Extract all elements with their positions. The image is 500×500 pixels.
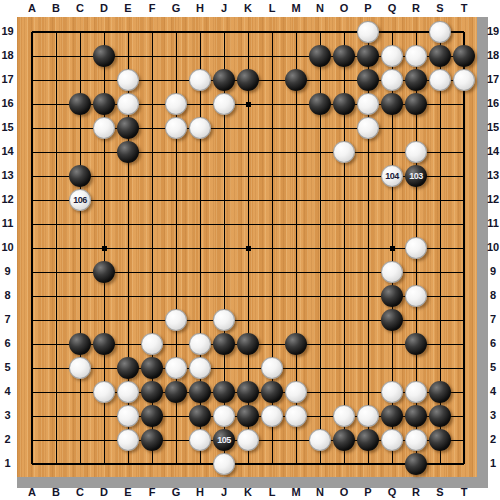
coord-right-16: 16 — [486, 96, 500, 111]
stone-D6 — [93, 333, 115, 355]
stone-K6 — [237, 333, 259, 355]
stone-R18 — [405, 45, 427, 67]
stone-N2 — [309, 429, 331, 451]
stone-G4 — [165, 381, 187, 403]
coord-left-7: 7 — [0, 312, 15, 327]
stone-K3 — [237, 405, 259, 427]
stone-P16 — [357, 93, 379, 115]
coord-top-L: L — [260, 1, 284, 16]
stone-J1 — [213, 453, 235, 475]
stone-J17 — [213, 69, 235, 91]
coord-left-11: 11 — [0, 216, 15, 231]
coord-top-B: B — [44, 1, 68, 16]
stone-E15 — [117, 117, 139, 139]
move-number-label: 106 — [73, 196, 87, 205]
stone-R2 — [405, 429, 427, 451]
coord-bottom-G: G — [164, 485, 188, 500]
stone-H17 — [189, 69, 211, 91]
stone-S19 — [429, 21, 451, 43]
coord-right-9: 9 — [486, 264, 500, 279]
coord-top-H: H — [188, 1, 212, 16]
coord-bottom-T: T — [452, 485, 476, 500]
stone-Q13-move-104: 104 — [381, 165, 403, 187]
stone-R16 — [405, 93, 427, 115]
stone-M4 — [285, 381, 307, 403]
stone-H5 — [189, 357, 211, 379]
coord-right-2: 2 — [486, 432, 500, 447]
coord-top-F: F — [140, 1, 164, 16]
stone-R17 — [405, 69, 427, 91]
stone-M17 — [285, 69, 307, 91]
coord-left-8: 8 — [0, 288, 15, 303]
coord-left-1: 1 — [0, 456, 15, 471]
coord-left-18: 18 — [0, 48, 15, 63]
stone-H3 — [189, 405, 211, 427]
coord-bottom-L: L — [260, 485, 284, 500]
stone-D15 — [93, 117, 115, 139]
coord-left-15: 15 — [0, 120, 15, 135]
coord-right-14: 14 — [486, 144, 500, 159]
stone-C16 — [69, 93, 91, 115]
coord-bottom-J: J — [212, 485, 236, 500]
move-number-label: 104 — [385, 172, 399, 181]
coord-top-S: S — [428, 1, 452, 16]
coord-top-P: P — [356, 1, 380, 16]
stone-T17 — [453, 69, 475, 91]
stone-D9 — [93, 261, 115, 283]
star-point-K16 — [246, 102, 251, 107]
coord-top-D: D — [92, 1, 116, 16]
coord-bottom-O: O — [332, 485, 356, 500]
coord-bottom-P: P — [356, 485, 380, 500]
stone-D4 — [93, 381, 115, 403]
stone-E14 — [117, 141, 139, 163]
stone-R6 — [405, 333, 427, 355]
stone-M3 — [285, 405, 307, 427]
coord-left-13: 13 — [0, 168, 15, 183]
coord-bottom-R: R — [404, 485, 428, 500]
stone-O18 — [333, 45, 355, 67]
coord-right-4: 4 — [486, 384, 500, 399]
stone-P19 — [357, 21, 379, 43]
coord-right-5: 5 — [486, 360, 500, 375]
stone-J6 — [213, 333, 235, 355]
coord-right-1: 1 — [486, 456, 500, 471]
coord-top-G: G — [164, 1, 188, 16]
stone-P2 — [357, 429, 379, 451]
stone-N16 — [309, 93, 331, 115]
stone-E2 — [117, 429, 139, 451]
coord-bottom-S: S — [428, 485, 452, 500]
coord-left-14: 14 — [0, 144, 15, 159]
stone-H2 — [189, 429, 211, 451]
stone-Q2 — [381, 429, 403, 451]
coord-top-T: T — [452, 1, 476, 16]
coord-left-16: 16 — [0, 96, 15, 111]
stone-D18 — [93, 45, 115, 67]
coord-right-18: 18 — [486, 48, 500, 63]
coord-right-3: 3 — [486, 408, 500, 423]
stone-S18 — [429, 45, 451, 67]
stone-F6 — [141, 333, 163, 355]
stone-Q8 — [381, 285, 403, 307]
coord-bottom-N: N — [308, 485, 332, 500]
move-number-label: 103 — [409, 172, 423, 181]
stone-R14 — [405, 141, 427, 163]
coord-top-A: A — [20, 1, 44, 16]
coord-left-12: 12 — [0, 192, 15, 207]
stone-H6 — [189, 333, 211, 355]
stone-J4 — [213, 381, 235, 403]
stone-R1 — [405, 453, 427, 475]
coord-right-6: 6 — [486, 336, 500, 351]
stone-Q3 — [381, 405, 403, 427]
stone-J3 — [213, 405, 235, 427]
coord-top-R: R — [404, 1, 428, 16]
stone-L4 — [261, 381, 283, 403]
stone-O3 — [333, 405, 355, 427]
stone-C5 — [69, 357, 91, 379]
stone-G5 — [165, 357, 187, 379]
coord-left-5: 5 — [0, 360, 15, 375]
stone-C12-move-106: 106 — [69, 189, 91, 211]
stone-J2-move-105: 105 — [213, 429, 235, 451]
stone-C13 — [69, 165, 91, 187]
star-point-K10 — [246, 246, 251, 251]
stone-J7 — [213, 309, 235, 331]
star-point-D10 — [102, 246, 107, 251]
coord-bottom-C: C — [68, 485, 92, 500]
stone-R4 — [405, 381, 427, 403]
star-point-Q10 — [390, 246, 395, 251]
stone-P17 — [357, 69, 379, 91]
coord-top-E: E — [116, 1, 140, 16]
stone-G16 — [165, 93, 187, 115]
stone-S3 — [429, 405, 451, 427]
stone-Q17 — [381, 69, 403, 91]
coord-right-17: 17 — [486, 72, 500, 87]
stone-K17 — [237, 69, 259, 91]
coord-right-11: 11 — [486, 216, 500, 231]
coord-left-19: 19 — [0, 24, 15, 39]
coord-top-J: J — [212, 1, 236, 16]
coord-top-N: N — [308, 1, 332, 16]
stone-M6 — [285, 333, 307, 355]
stone-E4 — [117, 381, 139, 403]
coord-bottom-H: H — [188, 485, 212, 500]
coord-right-13: 13 — [486, 168, 500, 183]
stone-E16 — [117, 93, 139, 115]
stone-L5 — [261, 357, 283, 379]
stone-Q4 — [381, 381, 403, 403]
stone-Q18 — [381, 45, 403, 67]
coord-left-10: 10 — [0, 240, 15, 255]
coord-right-8: 8 — [486, 288, 500, 303]
stone-E3 — [117, 405, 139, 427]
stone-E5 — [117, 357, 139, 379]
stone-R10 — [405, 237, 427, 259]
stone-R8 — [405, 285, 427, 307]
stone-J16 — [213, 93, 235, 115]
stone-O16 — [333, 93, 355, 115]
stone-T18 — [453, 45, 475, 67]
stone-S4 — [429, 381, 451, 403]
coord-left-3: 3 — [0, 408, 15, 423]
stone-O14 — [333, 141, 355, 163]
stone-S2 — [429, 429, 451, 451]
coord-top-Q: Q — [380, 1, 404, 16]
stone-N18 — [309, 45, 331, 67]
coord-left-4: 4 — [0, 384, 15, 399]
stone-F5 — [141, 357, 163, 379]
stone-H15 — [189, 117, 211, 139]
stone-P3 — [357, 405, 379, 427]
stone-S17 — [429, 69, 451, 91]
coord-bottom-F: F — [140, 485, 164, 500]
stone-L3 — [261, 405, 283, 427]
stone-R13-move-103: 103 — [405, 165, 427, 187]
stone-P15 — [357, 117, 379, 139]
stone-F2 — [141, 429, 163, 451]
stone-D16 — [93, 93, 115, 115]
coord-bottom-Q: Q — [380, 485, 404, 500]
coord-right-15: 15 — [486, 120, 500, 135]
go-game-diagram: 104103106105 ABCDEFGHJKLMNOPQRST ABCDEFG… — [0, 0, 500, 500]
stone-C6 — [69, 333, 91, 355]
coord-left-2: 2 — [0, 432, 15, 447]
stone-P18 — [357, 45, 379, 67]
stone-Q9 — [381, 261, 403, 283]
coord-bottom-B: B — [44, 485, 68, 500]
coord-bottom-E: E — [116, 485, 140, 500]
coord-bottom-M: M — [284, 485, 308, 500]
coord-bottom-D: D — [92, 485, 116, 500]
coord-top-K: K — [236, 1, 260, 16]
coord-bottom-K: K — [236, 485, 260, 500]
stone-Q16 — [381, 93, 403, 115]
coord-top-O: O — [332, 1, 356, 16]
stone-H4 — [189, 381, 211, 403]
stone-O2 — [333, 429, 355, 451]
stone-R3 — [405, 405, 427, 427]
coord-right-12: 12 — [486, 192, 500, 207]
coord-right-7: 7 — [486, 312, 500, 327]
coord-left-6: 6 — [0, 336, 15, 351]
coord-top-C: C — [68, 1, 92, 16]
coord-right-19: 19 — [486, 24, 500, 39]
stone-G7 — [165, 309, 187, 331]
coord-right-10: 10 — [486, 240, 500, 255]
stone-E17 — [117, 69, 139, 91]
coord-top-M: M — [284, 1, 308, 16]
coord-bottom-A: A — [20, 485, 44, 500]
stone-F3 — [141, 405, 163, 427]
stone-Q7 — [381, 309, 403, 331]
coord-left-17: 17 — [0, 72, 15, 87]
stone-F4 — [141, 381, 163, 403]
stone-G15 — [165, 117, 187, 139]
stone-K4 — [237, 381, 259, 403]
coord-left-9: 9 — [0, 264, 15, 279]
stone-K2 — [237, 429, 259, 451]
go-board[interactable]: 104103106105 — [17, 17, 477, 477]
move-number-label: 105 — [217, 436, 231, 445]
